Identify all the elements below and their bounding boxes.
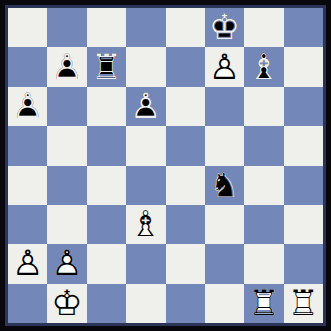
square-h6[interactable] — [284, 87, 323, 126]
white-bishop-icon[interactable]: ♝♗ — [126, 205, 165, 244]
square-c5[interactable] — [87, 126, 126, 165]
square-c7[interactable]: ♜♖ — [87, 47, 126, 86]
square-h2[interactable] — [284, 244, 323, 283]
square-d6[interactable]: ♟♙ — [126, 87, 165, 126]
board-frame: ♚♔♟♙♜♖♟♙♝♗♟♙♟♙♞♘♝♗♟♙♟♙♚♔♜♖♜♖ — [0, 0, 331, 331]
white-bishop-outline: ♗ — [126, 205, 165, 244]
white-rook-icon[interactable]: ♜♖ — [284, 284, 323, 323]
square-a1[interactable] — [8, 284, 47, 323]
square-c2[interactable] — [87, 244, 126, 283]
square-a3[interactable] — [8, 205, 47, 244]
square-c1[interactable] — [87, 284, 126, 323]
square-b3[interactable] — [47, 205, 86, 244]
square-g4[interactable] — [244, 166, 283, 205]
square-c6[interactable] — [87, 87, 126, 126]
square-f4[interactable]: ♞♘ — [205, 166, 244, 205]
square-a6[interactable]: ♟♙ — [8, 87, 47, 126]
white-rook-outline: ♖ — [244, 284, 283, 323]
square-g5[interactable] — [244, 126, 283, 165]
black-pawn-outline: ♙ — [8, 87, 47, 126]
square-e2[interactable] — [166, 244, 205, 283]
square-f8[interactable]: ♚♔ — [205, 8, 244, 47]
square-h3[interactable] — [284, 205, 323, 244]
square-a2[interactable]: ♟♙ — [8, 244, 47, 283]
square-d5[interactable] — [126, 126, 165, 165]
square-h1[interactable]: ♜♖ — [284, 284, 323, 323]
square-e1[interactable] — [166, 284, 205, 323]
square-a5[interactable] — [8, 126, 47, 165]
black-king-icon[interactable]: ♚♔ — [205, 8, 244, 47]
square-g1[interactable]: ♜♖ — [244, 284, 283, 323]
square-f2[interactable] — [205, 244, 244, 283]
square-c4[interactable] — [87, 166, 126, 205]
black-bishop-icon[interactable]: ♝♗ — [244, 47, 283, 86]
white-pawn-icon[interactable]: ♟♙ — [205, 47, 244, 86]
square-a7[interactable] — [8, 47, 47, 86]
chess-board: ♚♔♟♙♜♖♟♙♝♗♟♙♟♙♞♘♝♗♟♙♟♙♚♔♜♖♜♖ — [8, 8, 323, 323]
square-g8[interactable] — [244, 8, 283, 47]
square-b7[interactable]: ♟♙ — [47, 47, 86, 86]
white-king-outline: ♔ — [47, 284, 86, 323]
square-e8[interactable] — [166, 8, 205, 47]
board-inner-trim: ♚♔♟♙♜♖♟♙♝♗♟♙♟♙♞♘♝♗♟♙♟♙♚♔♜♖♜♖ — [5, 5, 326, 326]
square-d4[interactable] — [126, 166, 165, 205]
square-d7[interactable] — [126, 47, 165, 86]
white-pawn-icon[interactable]: ♟♙ — [47, 244, 86, 283]
square-e5[interactable] — [166, 126, 205, 165]
square-b6[interactable] — [47, 87, 86, 126]
square-g7[interactable]: ♝♗ — [244, 47, 283, 86]
square-e4[interactable] — [166, 166, 205, 205]
square-b5[interactable] — [47, 126, 86, 165]
black-rook-outline: ♖ — [87, 47, 126, 86]
square-h4[interactable] — [284, 166, 323, 205]
square-b4[interactable] — [47, 166, 86, 205]
square-e3[interactable] — [166, 205, 205, 244]
white-rook-outline: ♖ — [284, 284, 323, 323]
white-pawn-icon[interactable]: ♟♙ — [8, 244, 47, 283]
white-pawn-outline: ♙ — [47, 244, 86, 283]
black-rook-icon[interactable]: ♜♖ — [87, 47, 126, 86]
square-g6[interactable] — [244, 87, 283, 126]
black-pawn-icon[interactable]: ♟♙ — [47, 47, 86, 86]
square-e6[interactable] — [166, 87, 205, 126]
square-e7[interactable] — [166, 47, 205, 86]
square-b1[interactable]: ♚♔ — [47, 284, 86, 323]
square-d2[interactable] — [126, 244, 165, 283]
black-bishop-outline: ♗ — [244, 47, 283, 86]
white-king-icon[interactable]: ♚♔ — [47, 284, 86, 323]
square-a8[interactable] — [8, 8, 47, 47]
square-f5[interactable] — [205, 126, 244, 165]
square-g3[interactable] — [244, 205, 283, 244]
square-h5[interactable] — [284, 126, 323, 165]
white-pawn-outline: ♙ — [8, 244, 47, 283]
square-f7[interactable]: ♟♙ — [205, 47, 244, 86]
square-h8[interactable] — [284, 8, 323, 47]
black-king-outline: ♔ — [205, 8, 244, 47]
square-d8[interactable] — [126, 8, 165, 47]
square-a4[interactable] — [8, 166, 47, 205]
black-pawn-icon[interactable]: ♟♙ — [8, 87, 47, 126]
white-rook-icon[interactable]: ♜♖ — [244, 284, 283, 323]
square-f6[interactable] — [205, 87, 244, 126]
square-f1[interactable] — [205, 284, 244, 323]
square-g2[interactable] — [244, 244, 283, 283]
black-knight-icon[interactable]: ♞♘ — [205, 166, 244, 205]
square-b2[interactable]: ♟♙ — [47, 244, 86, 283]
square-f3[interactable] — [205, 205, 244, 244]
square-d1[interactable] — [126, 284, 165, 323]
square-d3[interactable]: ♝♗ — [126, 205, 165, 244]
black-pawn-outline: ♙ — [47, 47, 86, 86]
black-pawn-outline: ♙ — [126, 87, 165, 126]
square-c8[interactable] — [87, 8, 126, 47]
black-knight-outline: ♘ — [205, 166, 244, 205]
square-c3[interactable] — [87, 205, 126, 244]
square-h7[interactable] — [284, 47, 323, 86]
square-b8[interactable] — [47, 8, 86, 47]
white-pawn-outline: ♙ — [205, 47, 244, 86]
black-pawn-icon[interactable]: ♟♙ — [126, 87, 165, 126]
